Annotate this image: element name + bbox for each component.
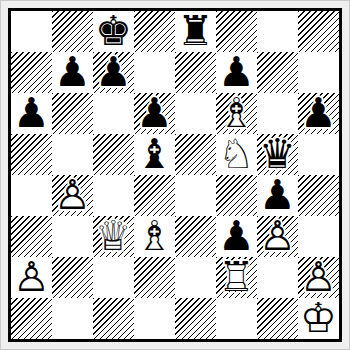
square-a5[interactable] [11, 134, 52, 175]
chess-diagram-page: ♚♜♟♟♟♟♟♝♗♟♝♞♘♛♟♙♟♛♕♝♗♟♟♙♟♙♜♖♟♙♚♔ [0, 0, 350, 350]
pawn-icon: ♟ [259, 175, 296, 216]
white-pawn[interactable]: ♟♙ [257, 216, 298, 257]
square-e3[interactable] [175, 216, 216, 257]
white-rook[interactable]: ♜♖ [216, 257, 257, 298]
square-c2[interactable] [93, 257, 134, 298]
pawn-icon: ♟ [13, 93, 50, 134]
square-h4[interactable] [298, 175, 339, 216]
square-a4[interactable] [11, 175, 52, 216]
pawn-icon: ♟ [54, 175, 91, 216]
square-c8[interactable]: ♚ [93, 11, 134, 52]
square-e6[interactable] [175, 93, 216, 134]
square-c3[interactable]: ♛♕ [93, 216, 134, 257]
square-e8[interactable]: ♜ [175, 11, 216, 52]
white-pawn[interactable]: ♟♙ [52, 175, 93, 216]
square-g3[interactable]: ♟♙ [257, 216, 298, 257]
black-king[interactable]: ♚ [93, 11, 134, 52]
queen-icon: ♛ [259, 134, 296, 175]
square-g4[interactable]: ♟ [257, 175, 298, 216]
square-d6[interactable]: ♟ [134, 93, 175, 134]
square-f6[interactable]: ♝♗ [216, 93, 257, 134]
queen-outline-icon: ♕ [95, 216, 132, 257]
pawn-icon: ♟ [54, 52, 91, 93]
square-a2[interactable]: ♟♙ [11, 257, 52, 298]
knight-icon: ♞ [218, 134, 255, 175]
square-h2[interactable]: ♟♙ [298, 257, 339, 298]
square-g6[interactable] [257, 93, 298, 134]
bishop-outline-icon: ♗ [136, 216, 173, 257]
square-c1[interactable] [93, 298, 134, 339]
square-b6[interactable] [52, 93, 93, 134]
square-g2[interactable] [257, 257, 298, 298]
square-h1[interactable]: ♚♔ [298, 298, 339, 339]
black-pawn[interactable]: ♟ [52, 52, 93, 93]
square-d5[interactable]: ♝ [134, 134, 175, 175]
square-d8[interactable] [134, 11, 175, 52]
square-c5[interactable] [93, 134, 134, 175]
square-e7[interactable] [175, 52, 216, 93]
rook-icon: ♜ [218, 257, 255, 298]
pawn-icon: ♟ [300, 93, 337, 134]
bishop-outline-icon: ♗ [218, 93, 255, 134]
square-d3[interactable]: ♝♗ [134, 216, 175, 257]
white-knight[interactable]: ♞♘ [216, 134, 257, 175]
pawn-icon: ♟ [259, 216, 296, 257]
square-b5[interactable] [52, 134, 93, 175]
square-d4[interactable] [134, 175, 175, 216]
pawn-outline-icon: ♙ [13, 257, 50, 298]
square-c7[interactable]: ♟ [93, 52, 134, 93]
square-g7[interactable] [257, 52, 298, 93]
square-b4[interactable]: ♟♙ [52, 175, 93, 216]
black-pawn[interactable]: ♟ [134, 93, 175, 134]
square-f3[interactable]: ♟ [216, 216, 257, 257]
square-g5[interactable]: ♛ [257, 134, 298, 175]
white-bishop[interactable]: ♝♗ [216, 93, 257, 134]
square-d7[interactable] [134, 52, 175, 93]
square-e5[interactable] [175, 134, 216, 175]
bishop-icon: ♝ [136, 134, 173, 175]
rook-icon: ♜ [177, 11, 214, 52]
square-h8[interactable] [298, 11, 339, 52]
rook-outline-icon: ♖ [218, 257, 255, 298]
pawn-outline-icon: ♙ [259, 216, 296, 257]
square-d1[interactable] [134, 298, 175, 339]
square-e2[interactable] [175, 257, 216, 298]
king-icon: ♚ [95, 11, 132, 52]
square-e4[interactable] [175, 175, 216, 216]
square-g1[interactable] [257, 298, 298, 339]
square-h5[interactable] [298, 134, 339, 175]
square-b3[interactable] [52, 216, 93, 257]
square-f5[interactable]: ♞♘ [216, 134, 257, 175]
black-pawn[interactable]: ♟ [298, 93, 339, 134]
square-f8[interactable] [216, 11, 257, 52]
bishop-icon: ♝ [218, 93, 255, 134]
black-pawn[interactable]: ♟ [257, 175, 298, 216]
square-a8[interactable] [11, 11, 52, 52]
pawn-icon: ♟ [136, 93, 173, 134]
white-bishop[interactable]: ♝♗ [134, 216, 175, 257]
black-rook[interactable]: ♜ [175, 11, 216, 52]
square-b8[interactable] [52, 11, 93, 52]
pawn-icon: ♟ [218, 216, 255, 257]
square-e1[interactable] [175, 298, 216, 339]
white-king[interactable]: ♚♔ [298, 298, 339, 339]
queen-icon: ♛ [95, 216, 132, 257]
square-d2[interactable] [134, 257, 175, 298]
king-icon: ♚ [300, 298, 337, 339]
square-h6[interactable]: ♟ [298, 93, 339, 134]
knight-outline-icon: ♘ [218, 134, 255, 175]
square-f7[interactable]: ♟ [216, 52, 257, 93]
square-c6[interactable] [93, 93, 134, 134]
black-queen[interactable]: ♛ [257, 134, 298, 175]
pawn-icon: ♟ [300, 257, 337, 298]
square-g8[interactable] [257, 11, 298, 52]
black-pawn[interactable]: ♟ [216, 216, 257, 257]
square-b1[interactable] [52, 298, 93, 339]
bishop-icon: ♝ [136, 216, 173, 257]
square-a3[interactable] [11, 216, 52, 257]
black-pawn[interactable]: ♟ [11, 93, 52, 134]
square-c4[interactable] [93, 175, 134, 216]
black-pawn[interactable]: ♟ [93, 52, 134, 93]
white-queen[interactable]: ♛♕ [93, 216, 134, 257]
pawn-outline-icon: ♙ [300, 257, 337, 298]
square-f2[interactable]: ♜♖ [216, 257, 257, 298]
king-outline-icon: ♔ [300, 298, 337, 339]
square-b2[interactable] [52, 257, 93, 298]
square-f4[interactable] [216, 175, 257, 216]
pawn-icon: ♟ [95, 52, 132, 93]
pawn-icon: ♟ [218, 52, 255, 93]
black-bishop[interactable]: ♝ [134, 134, 175, 175]
white-pawn[interactable]: ♟♙ [298, 257, 339, 298]
square-a1[interactable] [11, 298, 52, 339]
chess-board: ♚♜♟♟♟♟♟♝♗♟♝♞♘♛♟♙♟♛♕♝♗♟♟♙♟♙♜♖♟♙♚♔ [8, 8, 342, 342]
black-pawn[interactable]: ♟ [216, 52, 257, 93]
square-h7[interactable] [298, 52, 339, 93]
square-f1[interactable] [216, 298, 257, 339]
pawn-outline-icon: ♙ [54, 175, 91, 216]
square-b7[interactable]: ♟ [52, 52, 93, 93]
square-h3[interactable] [298, 216, 339, 257]
pawn-icon: ♟ [13, 257, 50, 298]
square-a7[interactable] [11, 52, 52, 93]
white-pawn[interactable]: ♟♙ [11, 257, 52, 298]
square-a6[interactable]: ♟ [11, 93, 52, 134]
